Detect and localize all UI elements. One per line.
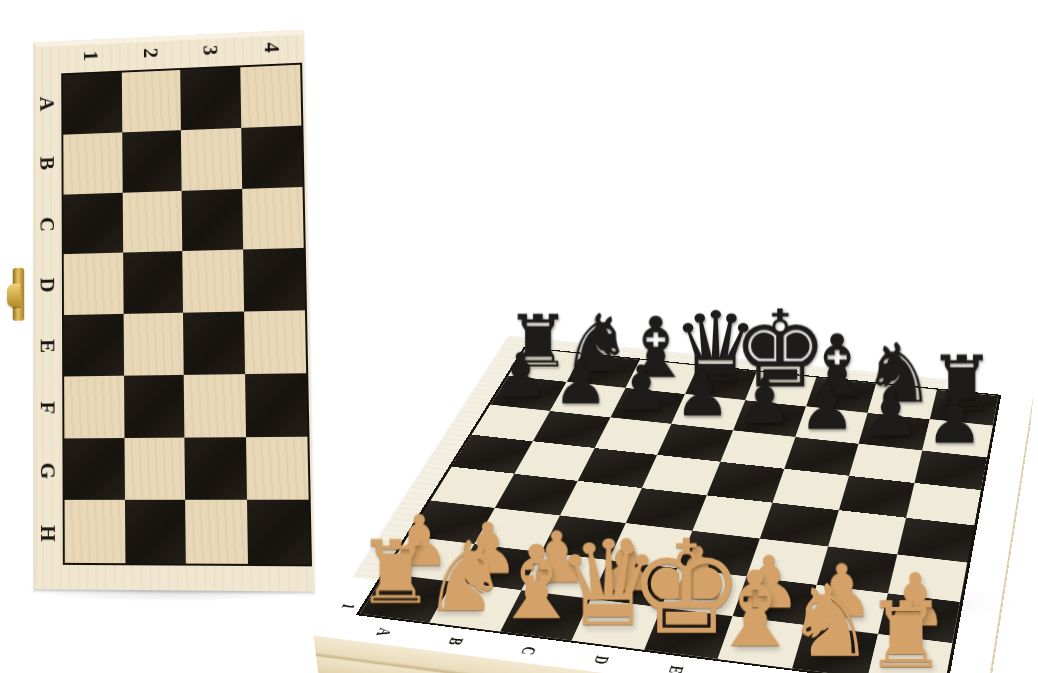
- latch-hook: [7, 284, 20, 308]
- piece-black-rook-a8: ♜: [495, 306, 581, 378]
- open-board-plane: ♜♞♝♛♚♝♞♜♟♟♟♟♟♟♟♟♟♟♟♟♟♟♟♟♜♞♝♛♚♝♞♜ ABCDEFG…: [316, 336, 1035, 673]
- piece-black-king-e8: ♚: [732, 295, 820, 402]
- closed-square-F1: [64, 375, 124, 437]
- open-chess-board-scene: ♜♞♝♛♚♝♞♜♟♟♟♟♟♟♟♟♟♟♟♟♟♟♟♟♜♞♝♛♚♝♞♜ ABCDEFG…: [398, 330, 1038, 673]
- square-g1: ♞: [792, 625, 878, 673]
- folded-chess-board-box: 1234 ABCDEFGH: [33, 29, 315, 591]
- square-e8: ♚: [745, 372, 816, 407]
- closed-square-E2: [123, 313, 184, 376]
- square-f1: ♝: [718, 616, 805, 668]
- closed-square-G2: [124, 437, 185, 500]
- closed-square-D3: [182, 250, 243, 313]
- square-f3: [747, 538, 829, 584]
- closed-box-file-labels: ABCDEFGH: [33, 73, 63, 565]
- closed-square-E3: [183, 312, 245, 375]
- closed-square-E4: [244, 310, 307, 374]
- square-f5: [772, 469, 849, 510]
- square-h4: [897, 518, 974, 563]
- closed-square-C2: [122, 190, 182, 252]
- closed-square-B4: [241, 125, 303, 188]
- chess-set-product-photo: 1234 ABCDEFGH ♜♞♝♛♚♝♞♜♟♟♟♟♟♟♟♟♟♟♟♟♟♟♟♟♜♞…: [0, 0, 1038, 673]
- square-e7: ♟: [733, 400, 806, 437]
- closed-square-F3: [184, 374, 246, 437]
- square-c6: [595, 417, 672, 455]
- closed-square-D2: [123, 251, 183, 314]
- square-f8: ♝: [806, 378, 876, 413]
- closed-box-checkerboard: [61, 63, 312, 567]
- closed-square-F4: [245, 373, 308, 437]
- piece-black-bishop-f8: ♝: [793, 323, 881, 408]
- closed-square-C4: [242, 186, 304, 249]
- open-board-surface: ♜♞♝♛♚♝♞♜♟♟♟♟♟♟♟♟♟♟♟♟♟♟♟♟♜♞♝♛♚♝♞♜ ABCDEFG…: [316, 336, 1035, 673]
- closed-square-C1: [64, 192, 123, 254]
- closed-square-D4: [243, 248, 305, 311]
- closed-square-D1: [64, 253, 123, 315]
- closed-square-B3: [181, 128, 242, 191]
- square-g6: [849, 444, 922, 484]
- closed-square-H3: [185, 500, 247, 564]
- square-h7: ♟: [922, 419, 992, 457]
- closed-square-B2: [122, 130, 182, 192]
- open-board-grid: ♜♞♝♛♚♝♞♜♟♟♟♟♟♟♟♟♟♟♟♟♟♟♟♟♜♞♝♛♚♝♞♜: [356, 347, 1002, 673]
- closed-square-E1: [64, 314, 124, 376]
- closed-square-H2: [124, 500, 185, 563]
- closed-box-front-face: 1234 ABCDEFGH: [33, 29, 315, 591]
- closed-square-A4: [240, 65, 302, 128]
- closed-square-A3: [180, 67, 241, 130]
- closed-square-B1: [63, 132, 122, 194]
- closed-square-G4: [246, 436, 309, 500]
- closed-square-A1: [63, 73, 122, 135]
- closed-square-G1: [64, 438, 124, 501]
- closed-square-G3: [184, 437, 246, 500]
- closed-square-H1: [65, 500, 125, 563]
- file-label-H: H: [17, 518, 78, 549]
- square-e4: [692, 495, 772, 538]
- square-g4: [828, 510, 906, 554]
- closed-square-H4: [246, 500, 309, 564]
- closed-square-F2: [124, 375, 185, 438]
- closed-square-C3: [182, 188, 243, 251]
- closed-square-A2: [121, 70, 181, 132]
